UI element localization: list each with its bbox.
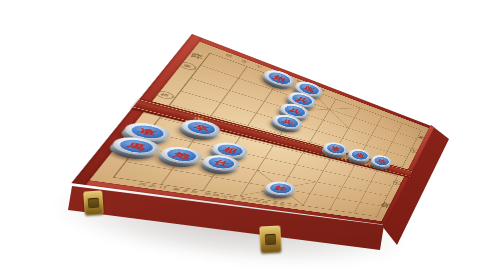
piece-character: 炮 <box>272 74 286 83</box>
piece-character: 卒 <box>192 124 210 133</box>
piece-blue-disc: 帥 <box>267 181 295 195</box>
xiangqi-piece[interactable]: 帥 <box>262 179 298 197</box>
piece-character: 馬 <box>303 85 316 93</box>
piece-chrome-top: 卒 <box>177 117 224 140</box>
piece-character: 馬 <box>126 142 148 151</box>
piece-character: 帥 <box>274 185 288 192</box>
xiangqi-piece[interactable]: 卒 <box>177 117 224 140</box>
product-photo-stage: 中國象棋 馬 棋 道 千 秋 弈 樂 無 窮 馬走日 象走田 炮隔山打 車行直線… <box>0 0 500 280</box>
xiangqi-piece[interactable]: 車 <box>321 140 351 157</box>
piece-character: 相 <box>222 146 239 154</box>
piece-blue-disc: 炮 <box>372 155 391 167</box>
piece-character: 炮 <box>377 158 387 164</box>
piece-character: 車 <box>137 127 158 137</box>
piece-character: 兵 <box>281 118 295 126</box>
piece-character: 炮 <box>172 151 191 160</box>
xiangqi-piece[interactable]: 炮 <box>369 153 394 168</box>
piece-character: 仕 <box>213 159 230 167</box>
brass-latch[interactable] <box>83 190 104 215</box>
piece-character: 馬 <box>355 152 366 158</box>
latch-notch <box>264 233 276 245</box>
xiangqi-piece[interactable]: 炮 <box>156 144 206 166</box>
piece-character: 兵 <box>288 107 302 115</box>
piece-character: 車 <box>330 145 342 152</box>
xiangqi-piece[interactable]: 炮 <box>261 67 298 89</box>
brass-latch[interactable] <box>259 225 281 253</box>
xiangqi-piece[interactable]: 馬 <box>346 147 373 163</box>
piece-character: 兵 <box>296 96 309 104</box>
latch-notch <box>88 197 99 208</box>
